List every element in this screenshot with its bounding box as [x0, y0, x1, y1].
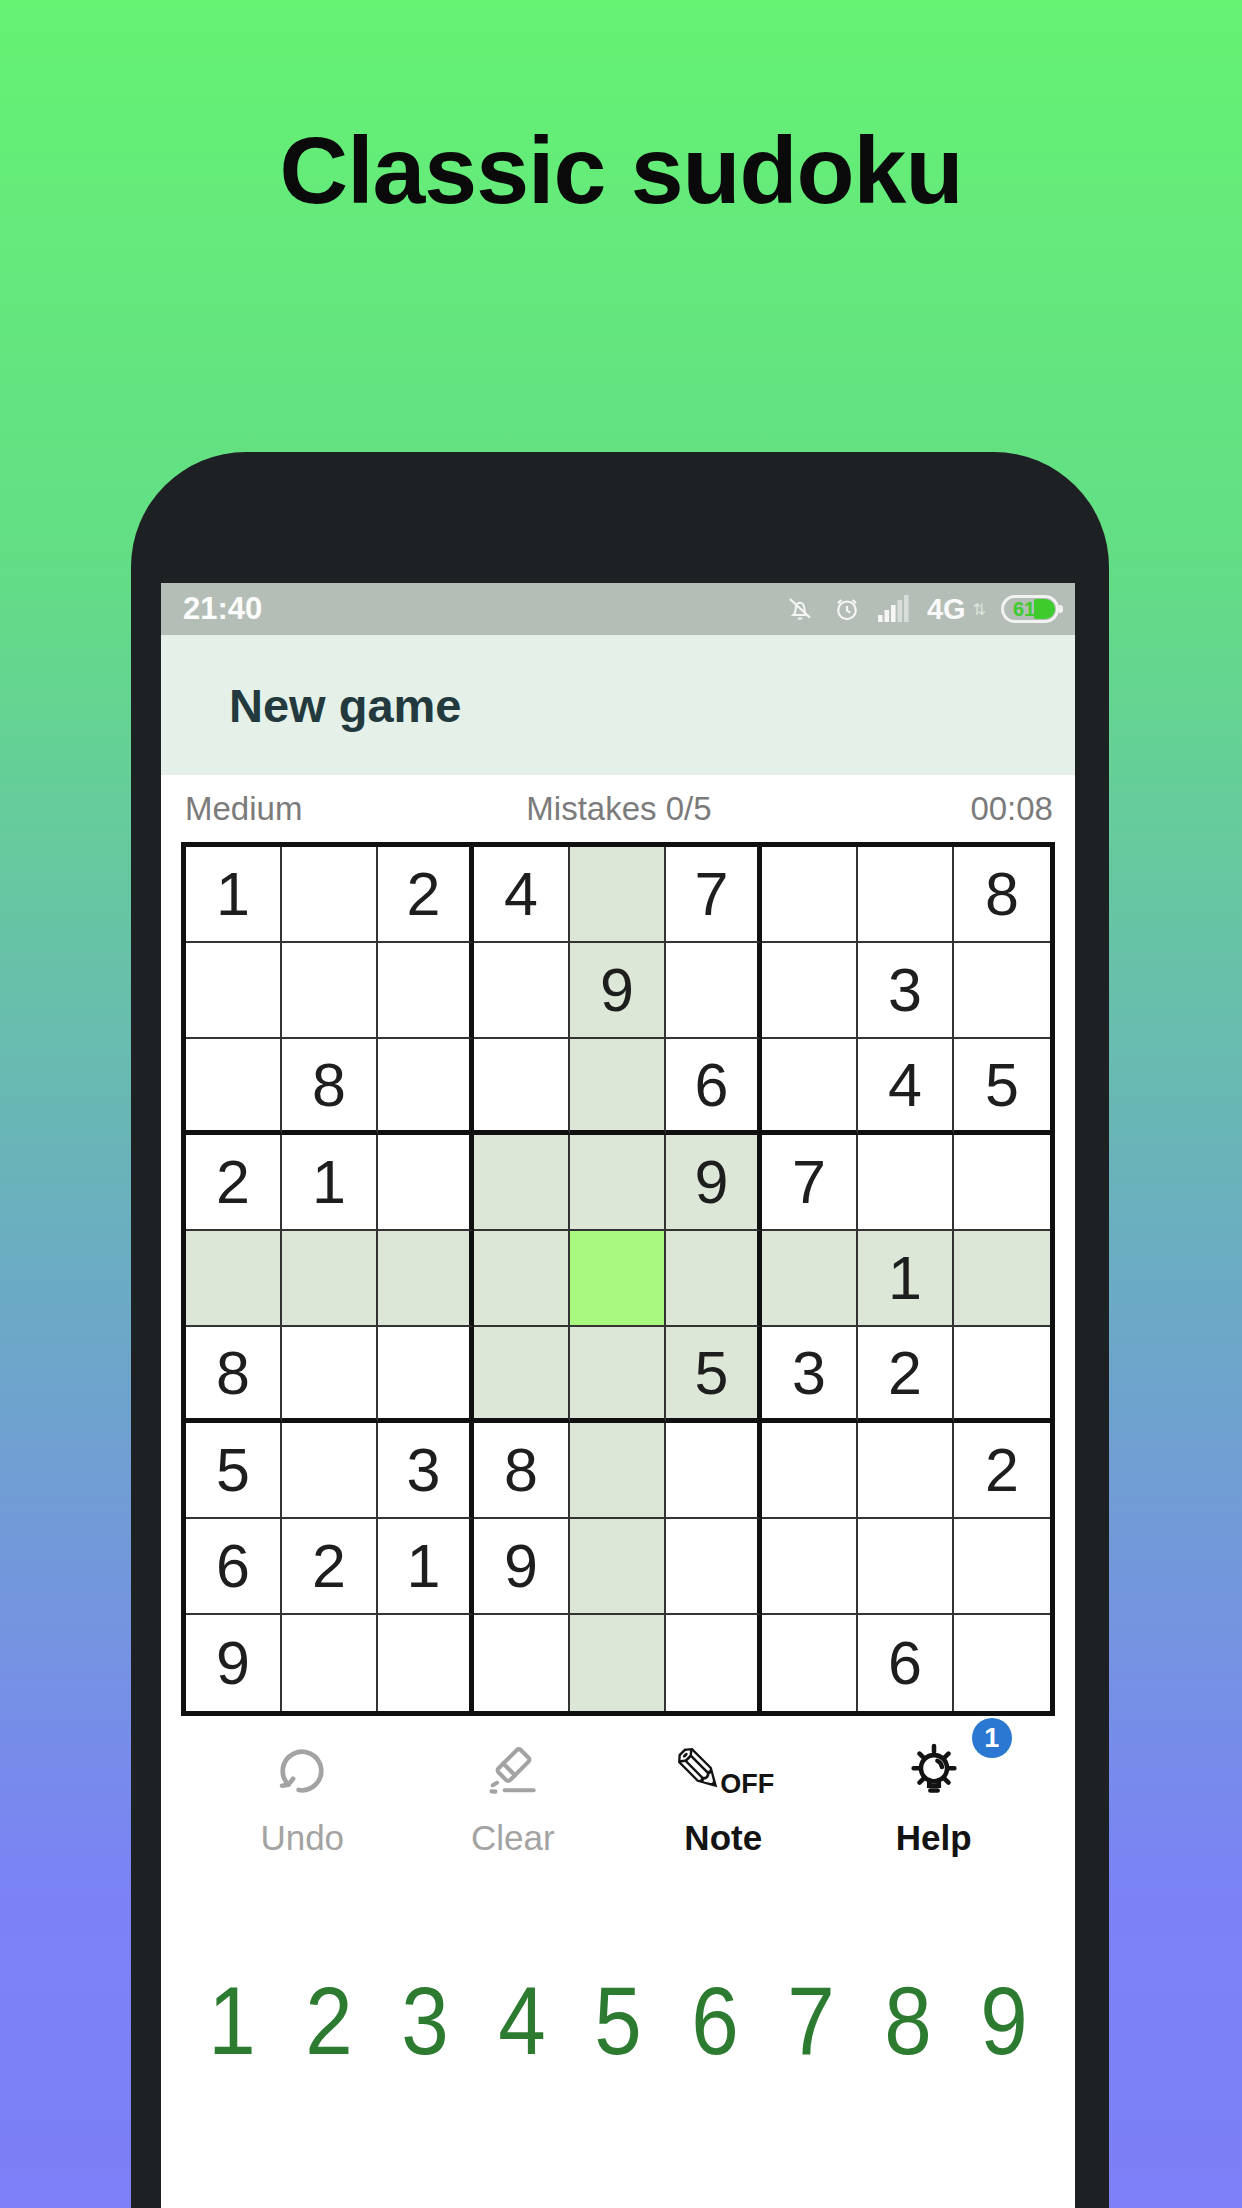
note-button[interactable]: ✎ OFF Note: [638, 1732, 808, 1858]
undo-button[interactable]: Undo: [217, 1732, 387, 1858]
sudoku-cell[interactable]: 2: [282, 1519, 378, 1615]
notifications-off-icon: [784, 593, 816, 625]
battery-icon: 61: [1001, 595, 1059, 623]
numpad-digit[interactable]: 7: [787, 1972, 834, 2069]
help-button[interactable]: 1 Help: [849, 1732, 1019, 1858]
sudoku-cell[interactable]: [666, 1231, 762, 1327]
sudoku-cell[interactable]: 1: [186, 847, 282, 943]
sudoku-cell[interactable]: [378, 1327, 474, 1423]
sudoku-cell[interactable]: [282, 1327, 378, 1423]
mistakes-counter: Mistakes 0/5: [474, 790, 763, 828]
game-timer: 00:08: [764, 790, 1053, 828]
numpad-digit[interactable]: 9: [980, 1972, 1027, 2069]
battery-fill: [1034, 599, 1055, 619]
sudoku-cell[interactable]: [570, 1231, 666, 1327]
sudoku-cell[interactable]: [762, 847, 858, 943]
sudoku-cell[interactable]: [570, 847, 666, 943]
undo-icon: [269, 1732, 335, 1810]
sudoku-cell[interactable]: 7: [666, 847, 762, 943]
sudoku-cell[interactable]: 1: [378, 1519, 474, 1615]
sudoku-cell[interactable]: 9: [570, 943, 666, 1039]
sudoku-cell[interactable]: [570, 1135, 666, 1231]
number-pad: 123456789: [161, 1920, 1075, 2120]
sudoku-cell[interactable]: [186, 1231, 282, 1327]
numpad-digit[interactable]: 4: [498, 1972, 545, 2069]
app-header: New game: [161, 635, 1075, 775]
sudoku-cell[interactable]: 4: [474, 847, 570, 943]
sudoku-cell[interactable]: [954, 1135, 1050, 1231]
sudoku-cell[interactable]: [474, 1135, 570, 1231]
battery-percent: 61: [1013, 598, 1035, 621]
sudoku-cell[interactable]: [570, 1519, 666, 1615]
sudoku-cell[interactable]: [762, 1231, 858, 1327]
sudoku-cell[interactable]: [282, 1423, 378, 1519]
sudoku-cell[interactable]: [474, 1039, 570, 1135]
sudoku-cell[interactable]: [474, 1231, 570, 1327]
dual-sim-icon: ⇅: [973, 600, 986, 619]
numpad-digit[interactable]: 2: [305, 1972, 352, 2069]
clear-label: Clear: [471, 1818, 555, 1858]
phone-mockup: 21:40: [131, 452, 1109, 2208]
eraser-icon: [480, 1732, 546, 1810]
sudoku-cell[interactable]: [666, 1615, 762, 1711]
sudoku-cell[interactable]: [858, 1519, 954, 1615]
sudoku-cell[interactable]: [858, 1135, 954, 1231]
phone-screen: 21:40: [161, 583, 1075, 2208]
sudoku-grid: 124789386452197185325382621996: [181, 842, 1055, 1716]
sudoku-cell[interactable]: [954, 943, 1050, 1039]
sudoku-cell[interactable]: [378, 1039, 474, 1135]
sudoku-cell[interactable]: 8: [954, 847, 1050, 943]
sudoku-cell[interactable]: [666, 1519, 762, 1615]
help-badge: 1: [972, 1718, 1012, 1758]
signal-icon: [878, 594, 912, 624]
sudoku-cell[interactable]: 4: [858, 1039, 954, 1135]
sudoku-cell[interactable]: [474, 943, 570, 1039]
sudoku-cell[interactable]: 8: [186, 1327, 282, 1423]
sudoku-cell[interactable]: [570, 1423, 666, 1519]
sudoku-cell[interactable]: 3: [762, 1327, 858, 1423]
sudoku-cell[interactable]: 6: [186, 1519, 282, 1615]
sudoku-cell[interactable]: 1: [282, 1135, 378, 1231]
sudoku-cell[interactable]: 9: [666, 1135, 762, 1231]
sudoku-cell[interactable]: 6: [858, 1615, 954, 1711]
toolbar: Undo Clear ✎: [161, 1716, 1075, 1894]
numpad-digit[interactable]: 6: [691, 1972, 738, 2069]
sudoku-cell[interactable]: [954, 1231, 1050, 1327]
clock-time: 21:40: [183, 591, 784, 627]
sudoku-cell[interactable]: 8: [282, 1039, 378, 1135]
numpad-digit[interactable]: 8: [884, 1972, 931, 2069]
undo-label: Undo: [260, 1818, 344, 1858]
sudoku-cell[interactable]: [570, 1039, 666, 1135]
sudoku-cell[interactable]: [762, 1519, 858, 1615]
sudoku-cell[interactable]: 5: [666, 1327, 762, 1423]
sudoku-cell[interactable]: [474, 1327, 570, 1423]
sudoku-cell[interactable]: [858, 1423, 954, 1519]
sudoku-cell[interactable]: 2: [954, 1423, 1050, 1519]
sudoku-cell[interactable]: [762, 1615, 858, 1711]
note-label: Note: [684, 1818, 762, 1858]
sudoku-cell[interactable]: 3: [858, 943, 954, 1039]
sudoku-cell[interactable]: 3: [378, 1423, 474, 1519]
sudoku-cell[interactable]: [186, 943, 282, 1039]
numpad-digit[interactable]: 3: [401, 1972, 448, 2069]
sudoku-cell[interactable]: 5: [186, 1423, 282, 1519]
sudoku-cell[interactable]: 9: [474, 1519, 570, 1615]
sudoku-cell[interactable]: [282, 1615, 378, 1711]
sudoku-cell[interactable]: 6: [666, 1039, 762, 1135]
info-row: Medium Mistakes 0/5 00:08: [161, 775, 1075, 842]
sudoku-cell[interactable]: 2: [186, 1135, 282, 1231]
note-state: OFF: [720, 1769, 774, 1810]
sudoku-cell[interactable]: [762, 1039, 858, 1135]
sudoku-cell[interactable]: 5: [954, 1039, 1050, 1135]
sudoku-cell[interactable]: [762, 1423, 858, 1519]
sudoku-cell[interactable]: [570, 1615, 666, 1711]
sudoku-cell[interactable]: 2: [378, 847, 474, 943]
sudoku-cell[interactable]: [378, 1135, 474, 1231]
sudoku-cell[interactable]: [378, 1615, 474, 1711]
sudoku-cell[interactable]: 9: [186, 1615, 282, 1711]
sudoku-cell[interactable]: 7: [762, 1135, 858, 1231]
sudoku-cell[interactable]: [474, 1615, 570, 1711]
page-title: Classic sudoku: [0, 116, 1242, 225]
sudoku-cell[interactable]: [282, 847, 378, 943]
difficulty-label: Medium: [185, 790, 474, 828]
sudoku-cell[interactable]: 1: [858, 1231, 954, 1327]
clear-button[interactable]: Clear: [428, 1732, 598, 1858]
pencil-icon: ✎ OFF: [672, 1732, 774, 1810]
sudoku-cell[interactable]: [378, 1231, 474, 1327]
sudoku-cell[interactable]: [858, 847, 954, 943]
numpad-digit[interactable]: 5: [594, 1972, 641, 2069]
network-type: 4G: [927, 593, 966, 626]
sudoku-cell[interactable]: [954, 1615, 1050, 1711]
game-title: New game: [229, 678, 461, 733]
sudoku-cell[interactable]: [378, 943, 474, 1039]
lightbulb-icon: 1: [900, 1732, 968, 1810]
sudoku-cell[interactable]: 2: [858, 1327, 954, 1423]
sudoku-cell[interactable]: 8: [474, 1423, 570, 1519]
status-bar: 21:40: [161, 583, 1075, 635]
sudoku-cell[interactable]: [762, 943, 858, 1039]
sudoku-cell[interactable]: [954, 1519, 1050, 1615]
numpad-digit[interactable]: 1: [208, 1972, 255, 2069]
sudoku-cell[interactable]: [282, 1231, 378, 1327]
sudoku-cell[interactable]: [666, 1423, 762, 1519]
sudoku-cell[interactable]: [570, 1327, 666, 1423]
sudoku-cell[interactable]: [954, 1327, 1050, 1423]
help-label: Help: [896, 1818, 972, 1858]
sudoku-cell[interactable]: [282, 943, 378, 1039]
alarm-icon: [831, 593, 863, 625]
sudoku-cell[interactable]: [666, 943, 762, 1039]
sudoku-cell[interactable]: [186, 1039, 282, 1135]
